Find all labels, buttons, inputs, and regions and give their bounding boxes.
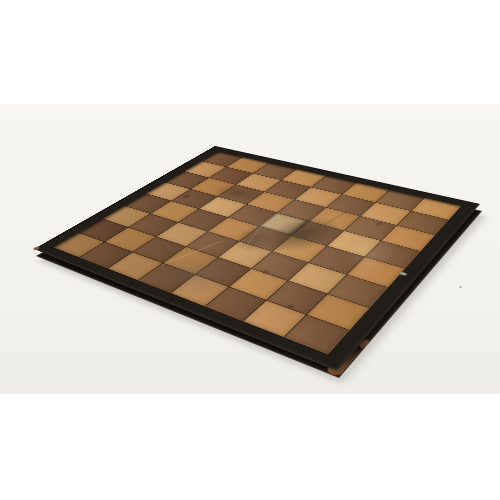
product-photo xyxy=(0,0,500,500)
dust-speck xyxy=(459,286,462,288)
frame-chip-mark xyxy=(399,272,408,276)
